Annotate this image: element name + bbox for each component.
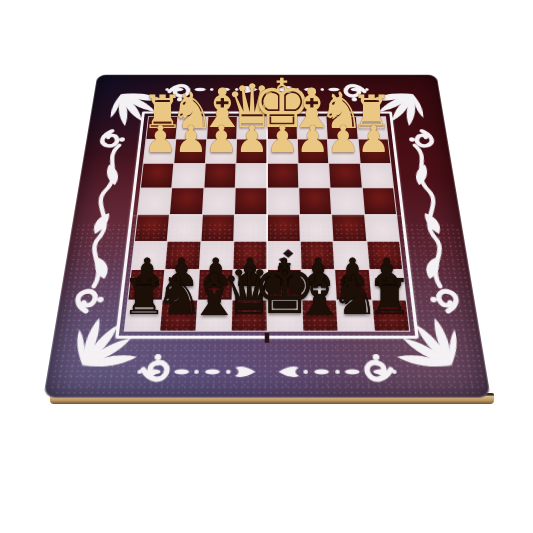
square-c3[interactable] (204, 164, 235, 188)
square-e3[interactable] (267, 164, 298, 188)
mid-board-glare (132, 215, 403, 217)
white-pawn[interactable]: ♟ (355, 121, 392, 158)
square-h4[interactable] (362, 188, 395, 213)
square-b3[interactable] (173, 164, 205, 188)
square-d3[interactable] (236, 164, 267, 188)
square-h5[interactable] (365, 214, 399, 240)
square-e5[interactable] (268, 214, 300, 240)
square-g5[interactable] (332, 214, 366, 240)
square-a4[interactable] (138, 188, 171, 213)
square-f4[interactable] (299, 188, 331, 213)
square-h3[interactable] (360, 164, 393, 188)
fold-seam-notch (265, 333, 269, 343)
square-c5[interactable] (201, 214, 234, 240)
square-d5[interactable] (234, 214, 266, 240)
square-a5[interactable] (135, 214, 169, 240)
photo-stage: ♜♞♝♛♚♝♞♜♟♟♟♟♟♟♟♟♟♟♟♟♟♟♟♟♜♞♝♛♚♝♞♜ (0, 0, 533, 533)
black-rook[interactable]: ♜ (365, 273, 415, 323)
square-b4[interactable] (170, 188, 203, 213)
bottom-ornament-band (130, 363, 405, 380)
square-f5[interactable] (300, 214, 333, 240)
square-e4[interactable] (267, 188, 298, 213)
square-a3[interactable] (141, 164, 174, 188)
square-g3[interactable] (329, 164, 361, 188)
square-f3[interactable] (298, 164, 329, 188)
square-c4[interactable] (203, 188, 235, 213)
square-b5[interactable] (168, 214, 202, 240)
square-g4[interactable] (331, 188, 364, 213)
square-d4[interactable] (235, 188, 266, 213)
